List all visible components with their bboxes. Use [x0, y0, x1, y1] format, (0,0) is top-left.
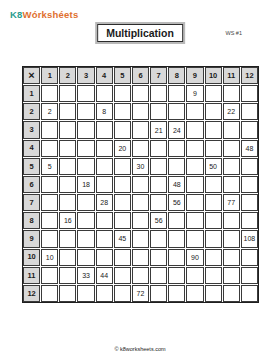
answer-blank-cell-r5c4[interactable] [96, 158, 113, 175]
answer-blank-cell-r12c11[interactable] [223, 285, 240, 302]
filled-product-cell-r11c3: 33 [77, 267, 94, 284]
answer-blank-cell-r8c10[interactable] [205, 212, 222, 229]
answer-blank-cell-r10c11[interactable] [223, 249, 240, 266]
answer-blank-cell-r5c12[interactable] [241, 158, 258, 175]
filled-product-cell-r5c6: 30 [132, 158, 149, 175]
row-header-cell-6: 6 [23, 176, 40, 193]
answer-blank-cell-r9c11[interactable] [223, 230, 240, 247]
answer-blank-cell-r3c5[interactable] [114, 121, 131, 138]
answer-blank-cell-r12c4[interactable] [96, 285, 113, 302]
answer-blank-cell-r6c11[interactable] [223, 176, 240, 193]
answer-blank-cell-r9c4[interactable] [96, 230, 113, 247]
answer-blank-cell-r7c10[interactable] [205, 194, 222, 211]
times-symbol-corner-cell: × [23, 67, 40, 84]
filled-product-cell-r10c1: 10 [41, 249, 58, 266]
answer-blank-cell-r2c6[interactable] [132, 103, 149, 120]
col-header-cell-12: 12 [241, 67, 258, 84]
answer-blank-cell-r2c2[interactable] [59, 103, 76, 120]
filled-product-cell-r12c6: 72 [132, 285, 149, 302]
answer-blank-cell-r8c5[interactable] [114, 212, 131, 229]
answer-blank-cell-r12c12[interactable] [241, 285, 258, 302]
answer-blank-cell-r10c10[interactable] [205, 249, 222, 266]
filled-product-cell-r8c7: 56 [150, 212, 167, 229]
answer-blank-cell-r2c10[interactable] [205, 103, 222, 120]
answer-blank-cell-r4c2[interactable] [59, 140, 76, 157]
answer-blank-cell-r10c4[interactable] [96, 249, 113, 266]
filled-product-cell-r2c1: 2 [41, 103, 58, 120]
answer-blank-cell-r11c5[interactable] [114, 267, 131, 284]
filled-product-cell-r10c9: 90 [186, 249, 203, 266]
answer-blank-cell-r6c4[interactable] [96, 176, 113, 193]
filled-product-cell-r7c4: 28 [96, 194, 113, 211]
answer-blank-cell-r4c4[interactable] [96, 140, 113, 157]
answer-blank-cell-r5c7[interactable] [150, 158, 167, 175]
answer-blank-cell-r2c8[interactable] [168, 103, 185, 120]
col-header-cell-8: 8 [168, 67, 185, 84]
answer-blank-cell-r2c3[interactable] [77, 103, 94, 120]
col-header-cell-2: 2 [59, 67, 76, 84]
answer-blank-cell-r6c7[interactable] [150, 176, 167, 193]
answer-blank-cell-r8c6[interactable] [132, 212, 149, 229]
filled-product-cell-r2c11: 22 [223, 103, 240, 120]
answer-blank-cell-r6c10[interactable] [205, 176, 222, 193]
answer-blank-cell-r1c4[interactable] [96, 85, 113, 102]
answer-blank-cell-r4c11[interactable] [223, 140, 240, 157]
answer-blank-cell-r7c9[interactable] [186, 194, 203, 211]
answer-blank-cell-r10c6[interactable] [132, 249, 149, 266]
answer-blank-cell-r6c1[interactable] [41, 176, 58, 193]
filled-product-cell-r11c4: 44 [96, 267, 113, 284]
answer-blank-cell-r8c8[interactable] [168, 212, 185, 229]
answer-blank-cell-r1c3[interactable] [77, 85, 94, 102]
answer-blank-cell-r10c12[interactable] [241, 249, 258, 266]
copyright-text: © k8worksheets.com [0, 346, 280, 352]
answer-blank-cell-r3c10[interactable] [205, 121, 222, 138]
answer-blank-cell-r9c8[interactable] [168, 230, 185, 247]
row-header-cell-10: 10 [23, 249, 40, 266]
answer-blank-cell-r3c6[interactable] [132, 121, 149, 138]
answer-blank-cell-r6c2[interactable] [59, 176, 76, 193]
answer-blank-cell-r2c5[interactable] [114, 103, 131, 120]
row-header-cell-5: 5 [23, 158, 40, 175]
answer-blank-cell-r5c9[interactable] [186, 158, 203, 175]
filled-product-cell-r8c2: 16 [59, 212, 76, 229]
answer-blank-cell-r9c1[interactable] [41, 230, 58, 247]
answer-blank-cell-r8c9[interactable] [186, 212, 203, 229]
col-header-cell-3: 3 [77, 67, 94, 84]
col-header-cell-11: 11 [223, 67, 240, 84]
filled-product-cell-r7c11: 77 [223, 194, 240, 211]
answer-blank-cell-r1c8[interactable] [168, 85, 185, 102]
answer-blank-cell-r3c12[interactable] [241, 121, 258, 138]
logo-k8-text: K8 [10, 9, 23, 20]
answer-blank-cell-r9c2[interactable] [59, 230, 76, 247]
answer-blank-cell-r11c12[interactable] [241, 267, 258, 284]
answer-blank-cell-r3c11[interactable] [223, 121, 240, 138]
answer-blank-cell-r6c12[interactable] [241, 176, 258, 193]
answer-blank-cell-r11c10[interactable] [205, 267, 222, 284]
row-header-cell-8: 8 [23, 212, 40, 229]
answer-blank-cell-r3c9[interactable] [186, 121, 203, 138]
answer-blank-cell-r11c7[interactable] [150, 267, 167, 284]
row-header-cell-12: 12 [23, 285, 40, 302]
col-header-cell-5: 5 [114, 67, 131, 84]
answer-blank-cell-r5c8[interactable] [168, 158, 185, 175]
answer-blank-cell-r7c12[interactable] [241, 194, 258, 211]
answer-blank-cell-r10c7[interactable] [150, 249, 167, 266]
worksheet-number-label: WS #1 [225, 30, 242, 36]
filled-product-cell-r4c12: 48 [241, 140, 258, 157]
answer-blank-cell-r4c10[interactable] [205, 140, 222, 157]
answer-blank-cell-r5c2[interactable] [59, 158, 76, 175]
filled-product-cell-r9c12: 108 [241, 230, 258, 247]
answer-blank-cell-r11c8[interactable] [168, 267, 185, 284]
filled-product-cell-r5c10: 50 [205, 158, 222, 175]
answer-blank-cell-r4c8[interactable] [168, 140, 185, 157]
answer-blank-cell-r12c1[interactable] [41, 285, 58, 302]
answer-blank-cell-r1c12[interactable] [241, 85, 258, 102]
logo-worksheets-text: Wórkshéets [23, 9, 79, 20]
answer-blank-cell-r1c1[interactable] [41, 85, 58, 102]
row-header-cell-3: 3 [23, 121, 40, 138]
col-header-cell-1: 1 [41, 67, 58, 84]
answer-blank-cell-r3c2[interactable] [59, 121, 76, 138]
answer-blank-cell-r4c6[interactable] [132, 140, 149, 157]
worksheet-title: Multiplication [97, 24, 183, 42]
filled-product-cell-r7c8: 56 [168, 194, 185, 211]
col-header-cell-10: 10 [205, 67, 222, 84]
answer-blank-cell-r8c1[interactable] [41, 212, 58, 229]
answer-blank-cell-r3c3[interactable] [77, 121, 94, 138]
answer-blank-cell-r8c3[interactable] [77, 212, 94, 229]
answer-blank-cell-r7c5[interactable] [114, 194, 131, 211]
answer-blank-cell-r10c5[interactable] [114, 249, 131, 266]
answer-blank-cell-r12c10[interactable] [205, 285, 222, 302]
answer-blank-cell-r6c5[interactable] [114, 176, 131, 193]
answer-blank-cell-r9c6[interactable] [132, 230, 149, 247]
answer-blank-cell-r1c6[interactable] [132, 85, 149, 102]
site-logo: K8Wórkshéets [10, 9, 78, 20]
row-header-cell-1: 1 [23, 85, 40, 102]
answer-blank-cell-r7c3[interactable] [77, 194, 94, 211]
answer-blank-cell-r9c3[interactable] [77, 230, 94, 247]
answer-blank-cell-r5c3[interactable] [77, 158, 94, 175]
filled-product-cell-r6c8: 48 [168, 176, 185, 193]
answer-blank-cell-r11c11[interactable] [223, 267, 240, 284]
answer-blank-cell-r1c7[interactable] [150, 85, 167, 102]
filled-product-cell-r9c5: 45 [114, 230, 131, 247]
answer-blank-cell-r12c9[interactable] [186, 285, 203, 302]
answer-blank-cell-r11c6[interactable] [132, 267, 149, 284]
answer-blank-cell-r12c5[interactable] [114, 285, 131, 302]
answer-blank-cell-r7c2[interactable] [59, 194, 76, 211]
answer-blank-cell-r2c9[interactable] [186, 103, 203, 120]
row-header-cell-11: 11 [23, 267, 40, 284]
filled-product-cell-r3c7: 21 [150, 121, 167, 138]
answer-blank-cell-r12c7[interactable] [150, 285, 167, 302]
answer-blank-cell-r4c9[interactable] [186, 140, 203, 157]
answer-blank-cell-r5c5[interactable] [114, 158, 131, 175]
answer-blank-cell-r8c4[interactable] [96, 212, 113, 229]
col-header-cell-9: 9 [186, 67, 203, 84]
filled-product-cell-r5c1: 5 [41, 158, 58, 175]
row-header-cell-4: 4 [23, 140, 40, 157]
answer-blank-cell-r10c3[interactable] [77, 249, 94, 266]
row-header-cell-7: 7 [23, 194, 40, 211]
answer-blank-cell-r4c1[interactable] [41, 140, 58, 157]
col-header-cell-6: 6 [132, 67, 149, 84]
row-header-cell-9: 9 [23, 230, 40, 247]
answer-blank-cell-r12c8[interactable] [168, 285, 185, 302]
answer-blank-cell-r4c7[interactable] [150, 140, 167, 157]
answer-blank-cell-r2c12[interactable] [241, 103, 258, 120]
answer-blank-cell-r2c7[interactable] [150, 103, 167, 120]
answer-blank-cell-r9c10[interactable] [205, 230, 222, 247]
answer-blank-cell-r11c1[interactable] [41, 267, 58, 284]
answer-blank-cell-r4c3[interactable] [77, 140, 94, 157]
answer-blank-cell-r1c5[interactable] [114, 85, 131, 102]
answer-blank-cell-r7c1[interactable] [41, 194, 58, 211]
answer-blank-cell-r6c6[interactable] [132, 176, 149, 193]
answer-blank-cell-r11c9[interactable] [186, 267, 203, 284]
answer-blank-cell-r9c9[interactable] [186, 230, 203, 247]
answer-blank-cell-r11c2[interactable] [59, 267, 76, 284]
answer-blank-cell-r3c4[interactable] [96, 121, 113, 138]
answer-blank-cell-r1c2[interactable] [59, 85, 76, 102]
answer-blank-cell-r12c2[interactable] [59, 285, 76, 302]
answer-blank-cell-r7c6[interactable] [132, 194, 149, 211]
answer-blank-cell-r3c1[interactable] [41, 121, 58, 138]
answer-blank-cell-r1c11[interactable] [223, 85, 240, 102]
answer-blank-cell-r7c7[interactable] [150, 194, 167, 211]
answer-blank-cell-r10c8[interactable] [168, 249, 185, 266]
filled-product-cell-r3c8: 24 [168, 121, 185, 138]
answer-blank-cell-r10c2[interactable] [59, 249, 76, 266]
answer-blank-cell-r8c11[interactable] [223, 212, 240, 229]
answer-blank-cell-r8c12[interactable] [241, 212, 258, 229]
answer-blank-cell-r6c9[interactable] [186, 176, 203, 193]
answer-blank-cell-r5c11[interactable] [223, 158, 240, 175]
answer-blank-cell-r9c7[interactable] [150, 230, 167, 247]
col-header-cell-4: 4 [96, 67, 113, 84]
filled-product-cell-r2c4: 8 [96, 103, 113, 120]
col-header-cell-7: 7 [150, 67, 167, 84]
filled-product-cell-r1c9: 9 [186, 85, 203, 102]
filled-product-cell-r4c5: 20 [114, 140, 131, 157]
answer-blank-cell-r12c3[interactable] [77, 285, 94, 302]
answer-blank-cell-r1c10[interactable] [205, 85, 222, 102]
row-header-cell-2: 2 [23, 103, 40, 120]
multiplication-grid: ×123456789101112192282232124420485530506… [22, 66, 259, 303]
filled-product-cell-r6c3: 18 [77, 176, 94, 193]
